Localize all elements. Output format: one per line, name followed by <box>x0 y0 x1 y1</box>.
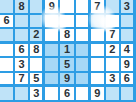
sudoku-cell-r4c4[interactable]: 5 <box>60 58 75 73</box>
cell-digit: 8 <box>64 29 70 40</box>
sudoku-app-viewport: 897362876812435975936369 <box>0 0 136 102</box>
sudoku-cell-r2c8[interactable] <box>121 29 136 44</box>
cell-digit: 9 <box>64 73 70 84</box>
sudoku-cell-r2c2[interactable]: 2 <box>30 29 45 44</box>
sudoku-cell-r3c7[interactable]: 2 <box>106 44 121 59</box>
sudoku-cell-r2c4[interactable]: 8 <box>60 29 75 44</box>
sudoku-cell-r4c0[interactable] <box>0 58 15 73</box>
cell-digit: 1 <box>64 44 70 55</box>
sudoku-cell-r3c6[interactable] <box>91 44 106 59</box>
sudoku-board: 897362876812435975936369 <box>0 0 136 102</box>
sudoku-cell-r2c0[interactable] <box>0 29 15 44</box>
sudoku-cell-r0c1[interactable]: 8 <box>15 0 30 15</box>
sudoku-cell-r6c4[interactable]: 6 <box>60 87 75 102</box>
sudoku-cell-r1c4[interactable] <box>60 15 75 30</box>
sudoku-cell-r5c6[interactable] <box>91 73 106 88</box>
sudoku-cell-r4c2[interactable] <box>30 58 45 73</box>
cell-digit: 6 <box>3 15 9 26</box>
sudoku-cell-r6c7[interactable] <box>106 87 121 102</box>
cell-digit: 5 <box>64 59 70 70</box>
sudoku-cell-r1c1[interactable] <box>15 15 30 30</box>
sudoku-cell-r6c1[interactable] <box>15 87 30 102</box>
sudoku-cell-r5c0[interactable] <box>0 73 15 88</box>
cell-digit: 6 <box>64 88 70 99</box>
sudoku-cell-r1c0[interactable]: 6 <box>0 15 15 30</box>
sudoku-cell-r5c2[interactable]: 5 <box>30 73 45 88</box>
cell-digit: 3 <box>109 73 115 84</box>
sudoku-cell-r6c8[interactable] <box>121 87 136 102</box>
sudoku-cell-r1c8[interactable] <box>121 15 136 30</box>
sudoku-cell-r1c5[interactable] <box>76 15 91 30</box>
cell-digit: 7 <box>109 29 115 40</box>
cell-digit: 6 <box>124 73 130 84</box>
cell-digit: 9 <box>49 1 55 12</box>
sudoku-cell-r5c7[interactable]: 3 <box>106 73 121 88</box>
sudoku-cell-r0c5[interactable] <box>76 0 91 15</box>
cell-digit: 3 <box>33 88 39 99</box>
sudoku-cell-r5c1[interactable]: 7 <box>15 73 30 88</box>
sudoku-cell-r0c6[interactable]: 7 <box>91 0 106 15</box>
cell-digit: 9 <box>94 88 100 99</box>
sudoku-cell-r6c6[interactable]: 9 <box>91 87 106 102</box>
sudoku-cell-r2c7[interactable]: 7 <box>106 29 121 44</box>
cell-digit: 9 <box>124 59 130 70</box>
sudoku-cell-r1c7[interactable] <box>106 15 121 30</box>
cell-digit: 2 <box>109 44 115 55</box>
sudoku-cell-r6c2[interactable]: 3 <box>30 87 45 102</box>
sudoku-cell-r0c2[interactable] <box>30 0 45 15</box>
sudoku-cell-r3c5[interactable] <box>76 44 91 59</box>
sudoku-cell-r2c1[interactable] <box>15 29 30 44</box>
cell-digit: 5 <box>33 73 39 84</box>
sudoku-cell-r3c4[interactable]: 1 <box>60 44 75 59</box>
sudoku-cell-r4c6[interactable] <box>91 58 106 73</box>
sudoku-cell-r6c3[interactable] <box>45 87 60 102</box>
sudoku-cell-r1c2[interactable] <box>30 15 45 30</box>
sudoku-cell-r3c0[interactable] <box>0 44 15 59</box>
sudoku-cell-r4c1[interactable]: 3 <box>15 58 30 73</box>
sudoku-cell-r2c5[interactable] <box>76 29 91 44</box>
sudoku-cell-r5c4[interactable]: 9 <box>60 73 75 88</box>
sudoku-cell-r5c8[interactable]: 6 <box>121 73 136 88</box>
sudoku-cell-r1c3[interactable] <box>45 15 60 30</box>
sudoku-cell-r0c8[interactable]: 3 <box>121 0 136 15</box>
sudoku-cell-r3c3[interactable] <box>45 44 60 59</box>
sudoku-cell-r3c8[interactable]: 4 <box>121 44 136 59</box>
sudoku-cell-r0c7[interactable] <box>106 0 121 15</box>
cell-digit: 7 <box>94 1 100 12</box>
sudoku-cell-r4c8[interactable]: 9 <box>121 58 136 73</box>
sudoku-cell-r5c5[interactable] <box>76 73 91 88</box>
cell-digit: 4 <box>124 44 130 55</box>
sudoku-cell-r6c5[interactable] <box>76 87 91 102</box>
sudoku-cell-r4c3[interactable] <box>45 58 60 73</box>
sudoku-cell-r6c0[interactable] <box>0 87 15 102</box>
sudoku-cell-r5c3[interactable] <box>45 73 60 88</box>
cell-digit: 6 <box>19 44 25 55</box>
cell-digit: 8 <box>19 1 25 12</box>
sudoku-cell-r4c7[interactable] <box>106 58 121 73</box>
sudoku-cell-r0c0[interactable] <box>0 0 15 15</box>
sudoku-cell-r0c3[interactable]: 9 <box>45 0 60 15</box>
cell-digit: 3 <box>124 1 130 12</box>
cell-digit: 7 <box>19 73 25 84</box>
sudoku-cell-r2c6[interactable] <box>91 29 106 44</box>
sudoku-cell-r0c4[interactable] <box>60 0 75 15</box>
cell-digit: 8 <box>33 44 39 55</box>
sudoku-cell-r4c5[interactable] <box>76 58 91 73</box>
sudoku-cell-r1c6[interactable] <box>91 15 106 30</box>
sudoku-cell-r3c2[interactable]: 8 <box>30 44 45 59</box>
sudoku-cell-r2c3[interactable] <box>45 29 60 44</box>
cell-digit: 3 <box>19 59 25 70</box>
cell-digit: 2 <box>33 29 39 40</box>
sudoku-cell-r3c1[interactable]: 6 <box>15 44 30 59</box>
